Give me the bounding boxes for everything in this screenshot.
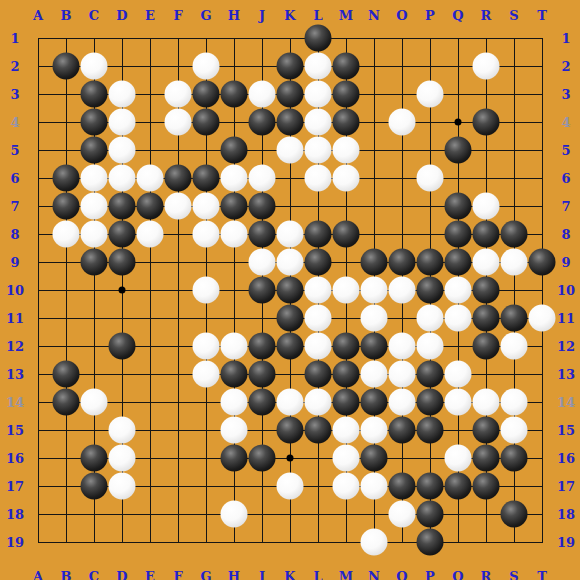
white-stone-T11[interactable] [529,305,556,332]
white-stone-D5[interactable] [109,137,136,164]
black-stone-N14[interactable] [361,389,388,416]
grid-vline [150,38,151,543]
white-stone-O12[interactable] [389,333,416,360]
coordinate-label: P [425,9,435,22]
white-stone-L14[interactable] [305,389,332,416]
black-stone-P9[interactable] [417,249,444,276]
white-stone-P6[interactable] [417,165,444,192]
black-stone-Q9[interactable] [445,249,472,276]
white-stone-E8[interactable] [137,221,164,248]
grid-hline [38,38,543,39]
black-stone-J10[interactable] [249,277,276,304]
black-stone-M4[interactable] [333,109,360,136]
coordinate-label: 12 [6,340,24,353]
white-stone-S9[interactable] [501,249,528,276]
coordinate-label: B [61,9,72,22]
black-stone-P10[interactable] [417,277,444,304]
coordinate-label: 19 [557,536,575,549]
white-stone-F7[interactable] [165,193,192,220]
black-stone-K12[interactable] [277,333,304,360]
black-stone-M3[interactable] [333,81,360,108]
black-stone-C17[interactable] [81,473,108,500]
black-stone-M12[interactable] [333,333,360,360]
black-stone-J7[interactable] [249,193,276,220]
black-stone-B6[interactable] [53,165,80,192]
white-stone-F4[interactable] [165,109,192,136]
white-stone-Q14[interactable] [445,389,472,416]
black-stone-S16[interactable] [501,445,528,472]
black-stone-N12[interactable] [361,333,388,360]
coordinate-label: S [509,570,518,580]
go-board[interactable]: ABCDEFGHJKLMNOPQRST ABCDEFGHJKLMNOPQRST … [0,0,580,580]
white-stone-R7[interactable] [473,193,500,220]
coordinate-label: 13 [6,368,24,381]
black-stone-K2[interactable] [277,53,304,80]
white-stone-C2[interactable] [81,53,108,80]
coordinate-label: 15 [557,424,575,437]
black-stone-K11[interactable] [277,305,304,332]
black-stone-D7[interactable] [109,193,136,220]
black-stone-P14[interactable] [417,389,444,416]
coordinate-label: E [145,570,155,580]
white-stone-N17[interactable] [361,473,388,500]
black-stone-R10[interactable] [473,277,500,304]
black-stone-D12[interactable] [109,333,136,360]
black-stone-D8[interactable] [109,221,136,248]
black-stone-C4[interactable] [81,109,108,136]
coordinate-label: 8 [561,228,570,241]
coordinate-label: R [481,570,492,580]
white-stone-L10[interactable] [305,277,332,304]
white-stone-Q11[interactable] [445,305,472,332]
coordinate-label: 4 [561,116,570,129]
black-stone-G3[interactable] [193,81,220,108]
black-stone-P15[interactable] [417,417,444,444]
white-stone-D4[interactable] [109,109,136,136]
white-stone-F3[interactable] [165,81,192,108]
black-stone-S8[interactable] [501,221,528,248]
black-stone-H3[interactable] [221,81,248,108]
black-stone-Q17[interactable] [445,473,472,500]
white-stone-M5[interactable] [333,137,360,164]
white-stone-J3[interactable] [249,81,276,108]
coordinate-label: 6 [10,172,19,185]
black-stone-C3[interactable] [81,81,108,108]
white-stone-O10[interactable] [389,277,416,304]
black-stone-B14[interactable] [53,389,80,416]
coordinate-label: 18 [6,508,24,521]
coordinate-label: A [33,570,43,580]
black-stone-C5[interactable] [81,137,108,164]
black-stone-L15[interactable] [305,417,332,444]
coordinate-label: 16 [6,452,24,465]
coordinate-label: 8 [10,228,19,241]
coordinate-label: 10 [6,284,24,297]
black-stone-H13[interactable] [221,361,248,388]
white-stone-P3[interactable] [417,81,444,108]
black-stone-J12[interactable] [249,333,276,360]
white-stone-O4[interactable] [389,109,416,136]
coordinate-label: 2 [10,60,19,73]
white-stone-L12[interactable] [305,333,332,360]
white-stone-C14[interactable] [81,389,108,416]
white-stone-N13[interactable] [361,361,388,388]
coordinate-label: M [339,570,353,580]
coordinate-label: 12 [557,340,575,353]
white-stone-M10[interactable] [333,277,360,304]
coordinate-label: T [537,570,547,580]
white-stone-M15[interactable] [333,417,360,444]
coordinate-label: M [339,9,353,22]
coordinate-label: 1 [10,32,19,45]
white-stone-L4[interactable] [305,109,332,136]
black-stone-Q7[interactable] [445,193,472,220]
white-stone-E6[interactable] [137,165,164,192]
white-stone-D16[interactable] [109,445,136,472]
coordinate-label: 14 [6,396,24,409]
coordinate-label: 2 [561,60,570,73]
white-stone-N15[interactable] [361,417,388,444]
white-stone-L11[interactable] [305,305,332,332]
black-stone-H5[interactable] [221,137,248,164]
coordinate-label: B [61,570,72,580]
black-stone-C9[interactable] [81,249,108,276]
white-stone-P11[interactable] [417,305,444,332]
white-stone-Q13[interactable] [445,361,472,388]
white-stone-Q10[interactable] [445,277,472,304]
coordinate-label: 9 [10,256,19,269]
white-stone-B8[interactable] [53,221,80,248]
coordinate-label: G [200,9,211,22]
white-stone-C6[interactable] [81,165,108,192]
white-stone-G7[interactable] [193,193,220,220]
white-stone-O18[interactable] [389,501,416,528]
white-stone-S12[interactable] [501,333,528,360]
coordinate-label: 4 [10,116,19,129]
black-stone-K4[interactable] [277,109,304,136]
grid-vline [66,38,67,543]
black-stone-K3[interactable] [277,81,304,108]
black-stone-P13[interactable] [417,361,444,388]
white-stone-M16[interactable] [333,445,360,472]
coordinate-label: 16 [557,452,575,465]
white-stone-N19[interactable] [361,529,388,556]
black-stone-K10[interactable] [277,277,304,304]
coordinate-label: 3 [561,88,570,101]
black-stone-L1[interactable] [305,25,332,52]
coordinate-label: 7 [561,200,570,213]
black-stone-D9[interactable] [109,249,136,276]
white-stone-K9[interactable] [277,249,304,276]
coordinate-label: D [116,9,127,22]
white-stone-H12[interactable] [221,333,248,360]
black-stone-E7[interactable] [137,193,164,220]
white-stone-L5[interactable] [305,137,332,164]
black-stone-O15[interactable] [389,417,416,444]
black-stone-L9[interactable] [305,249,332,276]
black-stone-J16[interactable] [249,445,276,472]
white-stone-D3[interactable] [109,81,136,108]
black-stone-K15[interactable] [277,417,304,444]
coordinate-label: H [228,570,240,580]
coordinate-label: 11 [6,312,24,325]
black-stone-S18[interactable] [501,501,528,528]
coordinate-label: T [537,9,547,22]
white-stone-M6[interactable] [333,165,360,192]
coordinate-label: Q [452,9,463,22]
black-stone-B7[interactable] [53,193,80,220]
black-stone-J13[interactable] [249,361,276,388]
black-stone-P19[interactable] [417,529,444,556]
white-stone-N11[interactable] [361,305,388,332]
coordinate-label: 17 [6,480,24,493]
coordinate-label: 10 [557,284,575,297]
coordinate-label: N [368,570,380,580]
black-stone-N9[interactable] [361,249,388,276]
black-stone-M2[interactable] [333,53,360,80]
white-stone-L2[interactable] [305,53,332,80]
coordinate-label: 18 [557,508,575,521]
black-stone-Q5[interactable] [445,137,472,164]
star-point [287,455,294,462]
coordinate-label: P [425,570,435,580]
coordinate-label: C [89,570,99,580]
black-stone-R8[interactable] [473,221,500,248]
coordinate-label: H [228,9,240,22]
white-stone-D17[interactable] [109,473,136,500]
white-stone-K14[interactable] [277,389,304,416]
black-stone-J4[interactable] [249,109,276,136]
coordinate-label: F [173,9,182,22]
black-stone-R4[interactable] [473,109,500,136]
black-stone-M8[interactable] [333,221,360,248]
coordinate-label: L [313,570,322,580]
coordinate-label: 1 [561,32,570,45]
black-stone-R11[interactable] [473,305,500,332]
coordinate-label: Q [452,570,463,580]
coordinate-label: F [173,570,182,580]
black-stone-B13[interactable] [53,361,80,388]
coordinate-label: C [89,9,99,22]
white-stone-K8[interactable] [277,221,304,248]
coordinate-label: 11 [557,312,575,325]
black-stone-M13[interactable] [333,361,360,388]
white-stone-D15[interactable] [109,417,136,444]
black-stone-J8[interactable] [249,221,276,248]
black-stone-B2[interactable] [53,53,80,80]
black-stone-G6[interactable] [193,165,220,192]
black-stone-H7[interactable] [221,193,248,220]
coordinate-label: 15 [6,424,24,437]
white-stone-O14[interactable] [389,389,416,416]
coordinate-label: 5 [10,144,19,157]
white-stone-G8[interactable] [193,221,220,248]
star-point [455,119,462,126]
white-stone-O13[interactable] [389,361,416,388]
coordinate-label: L [313,9,322,22]
white-stone-C7[interactable] [81,193,108,220]
coordinate-label: K [284,570,295,580]
white-stone-H6[interactable] [221,165,248,192]
white-stone-G13[interactable] [193,361,220,388]
grid-hline [38,542,543,543]
white-stone-G12[interactable] [193,333,220,360]
black-stone-R15[interactable] [473,417,500,444]
white-stone-N10[interactable] [361,277,388,304]
coordinate-label: E [145,9,155,22]
white-stone-J6[interactable] [249,165,276,192]
white-stone-G2[interactable] [193,53,220,80]
white-stone-H8[interactable] [221,221,248,248]
coordinate-label: O [396,570,407,580]
white-stone-S15[interactable] [501,417,528,444]
black-stone-R17[interactable] [473,473,500,500]
white-stone-R14[interactable] [473,389,500,416]
black-stone-O17[interactable] [389,473,416,500]
white-stone-K17[interactable] [277,473,304,500]
black-stone-F6[interactable] [165,165,192,192]
grid-hline [38,514,543,515]
coordinate-label: 13 [557,368,575,381]
coordinate-label: 17 [557,480,575,493]
white-stone-C8[interactable] [81,221,108,248]
grid-vline [38,38,39,543]
coordinate-label: 7 [10,200,19,213]
white-stone-D6[interactable] [109,165,136,192]
white-stone-H14[interactable] [221,389,248,416]
black-stone-L8[interactable] [305,221,332,248]
coordinate-label: 6 [561,172,570,185]
black-stone-M14[interactable] [333,389,360,416]
white-stone-Q16[interactable] [445,445,472,472]
white-stone-L6[interactable] [305,165,332,192]
black-stone-R16[interactable] [473,445,500,472]
black-stone-L13[interactable] [305,361,332,388]
black-stone-H16[interactable] [221,445,248,472]
black-stone-N16[interactable] [361,445,388,472]
coordinate-label: G [200,570,211,580]
black-stone-P17[interactable] [417,473,444,500]
coordinate-label: S [509,9,518,22]
coordinate-label: 9 [561,256,570,269]
black-stone-Q8[interactable] [445,221,472,248]
white-stone-K5[interactable] [277,137,304,164]
coordinate-label: D [116,570,127,580]
coordinate-label: O [396,9,407,22]
white-stone-R2[interactable] [473,53,500,80]
white-stone-R9[interactable] [473,249,500,276]
white-stone-S14[interactable] [501,389,528,416]
white-stone-H18[interactable] [221,501,248,528]
coordinate-label: 14 [557,396,575,409]
coordinate-label: 5 [561,144,570,157]
coordinate-label: R [481,9,492,22]
black-stone-T9[interactable] [529,249,556,276]
coordinate-label: J [259,9,265,22]
grid-vline [542,38,543,543]
white-stone-L3[interactable] [305,81,332,108]
coordinate-label: 19 [6,536,24,549]
coordinate-label: A [33,9,43,22]
black-stone-O9[interactable] [389,249,416,276]
black-stone-R12[interactable] [473,333,500,360]
black-stone-S11[interactable] [501,305,528,332]
white-stone-G10[interactable] [193,277,220,304]
coordinate-label: N [368,9,380,22]
black-stone-C16[interactable] [81,445,108,472]
white-stone-M17[interactable] [333,473,360,500]
coordinate-label: J [259,570,265,580]
white-stone-H15[interactable] [221,417,248,444]
black-stone-P18[interactable] [417,501,444,528]
star-point [119,287,126,294]
white-stone-P12[interactable] [417,333,444,360]
black-stone-G4[interactable] [193,109,220,136]
coordinate-label: K [284,9,295,22]
coordinate-label: 3 [10,88,19,101]
white-stone-J9[interactable] [249,249,276,276]
black-stone-J14[interactable] [249,389,276,416]
